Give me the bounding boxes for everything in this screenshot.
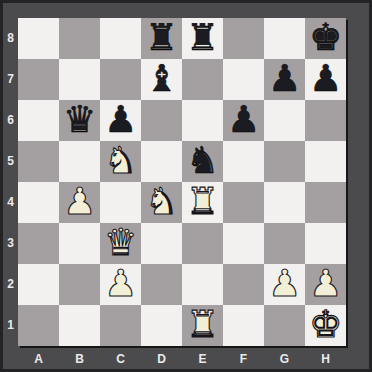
square-f7[interactable]: [223, 59, 264, 100]
square-g2[interactable]: ♟: [264, 264, 305, 305]
square-h4[interactable]: [305, 182, 346, 223]
square-d4[interactable]: ♞: [141, 182, 182, 223]
piece-black-king[interactable]: ♚: [309, 19, 342, 56]
square-a4[interactable]: [18, 182, 59, 223]
square-b5[interactable]: [59, 141, 100, 182]
square-a6[interactable]: [18, 100, 59, 141]
piece-white-rook[interactable]: ♜: [186, 183, 219, 220]
piece-white-knight[interactable]: ♞: [145, 183, 178, 220]
square-e2[interactable]: [182, 264, 223, 305]
piece-white-pawn[interactable]: ♟: [268, 265, 301, 302]
square-f4[interactable]: [223, 182, 264, 223]
piece-black-pawn[interactable]: ♟: [104, 101, 137, 138]
file-label-e: E: [182, 350, 223, 369]
file-label-g: G: [264, 350, 305, 369]
rank-label-6: 6: [3, 100, 18, 141]
rank-label-7: 7: [3, 59, 18, 100]
square-d1[interactable]: [141, 305, 182, 346]
square-d7[interactable]: ♝: [141, 59, 182, 100]
board-frame: ♜♜♚♝♟♟♛♟♟♞♞♟♞♜♛♟♟♟♜♚ 87654321 ABCDEFGH: [0, 0, 372, 372]
piece-black-rook[interactable]: ♜: [145, 19, 178, 56]
square-c7[interactable]: [100, 59, 141, 100]
piece-black-pawn[interactable]: ♟: [268, 60, 301, 97]
piece-white-knight[interactable]: ♞: [104, 142, 137, 179]
square-a3[interactable]: [18, 223, 59, 264]
square-f1[interactable]: [223, 305, 264, 346]
square-e7[interactable]: [182, 59, 223, 100]
square-c6[interactable]: ♟: [100, 100, 141, 141]
file-label-f: F: [223, 350, 264, 369]
square-b4[interactable]: ♟: [59, 182, 100, 223]
square-g4[interactable]: [264, 182, 305, 223]
square-c5[interactable]: ♞: [100, 141, 141, 182]
square-b3[interactable]: [59, 223, 100, 264]
square-b2[interactable]: [59, 264, 100, 305]
square-e8[interactable]: ♜: [182, 18, 223, 59]
square-a1[interactable]: [18, 305, 59, 346]
square-g3[interactable]: [264, 223, 305, 264]
square-f2[interactable]: [223, 264, 264, 305]
square-f5[interactable]: [223, 141, 264, 182]
square-e6[interactable]: [182, 100, 223, 141]
square-a5[interactable]: [18, 141, 59, 182]
square-f3[interactable]: [223, 223, 264, 264]
piece-black-bishop[interactable]: ♝: [145, 60, 178, 97]
piece-white-pawn[interactable]: ♟: [63, 183, 96, 220]
square-c2[interactable]: ♟: [100, 264, 141, 305]
square-a7[interactable]: [18, 59, 59, 100]
chess-board: ♜♜♚♝♟♟♛♟♟♞♞♟♞♜♛♟♟♟♜♚: [18, 18, 346, 346]
piece-white-rook[interactable]: ♜: [186, 306, 219, 343]
square-h8[interactable]: ♚: [305, 18, 346, 59]
square-g7[interactable]: ♟: [264, 59, 305, 100]
piece-black-rook[interactable]: ♜: [186, 19, 219, 56]
piece-white-pawn[interactable]: ♟: [104, 265, 137, 302]
square-c4[interactable]: [100, 182, 141, 223]
rank-label-8: 8: [3, 18, 18, 59]
square-d8[interactable]: ♜: [141, 18, 182, 59]
rank-label-3: 3: [3, 223, 18, 264]
square-e5[interactable]: ♞: [182, 141, 223, 182]
square-d3[interactable]: [141, 223, 182, 264]
square-g8[interactable]: [264, 18, 305, 59]
square-c3[interactable]: ♛: [100, 223, 141, 264]
square-c1[interactable]: [100, 305, 141, 346]
file-label-h: H: [305, 350, 346, 369]
square-d6[interactable]: [141, 100, 182, 141]
piece-black-knight[interactable]: ♞: [186, 142, 219, 179]
square-e4[interactable]: ♜: [182, 182, 223, 223]
square-f6[interactable]: ♟: [223, 100, 264, 141]
square-a8[interactable]: [18, 18, 59, 59]
square-d5[interactable]: [141, 141, 182, 182]
piece-white-queen[interactable]: ♛: [104, 224, 137, 261]
piece-black-pawn[interactable]: ♟: [227, 101, 260, 138]
square-g5[interactable]: [264, 141, 305, 182]
file-label-c: C: [100, 350, 141, 369]
piece-black-queen[interactable]: ♛: [63, 101, 96, 138]
square-h2[interactable]: ♟: [305, 264, 346, 305]
rank-label-2: 2: [3, 264, 18, 305]
rank-label-4: 4: [3, 182, 18, 223]
square-h1[interactable]: ♚: [305, 305, 346, 346]
square-b1[interactable]: [59, 305, 100, 346]
square-h6[interactable]: [305, 100, 346, 141]
square-b8[interactable]: [59, 18, 100, 59]
square-d2[interactable]: [141, 264, 182, 305]
square-f8[interactable]: [223, 18, 264, 59]
file-label-d: D: [141, 350, 182, 369]
piece-black-pawn[interactable]: ♟: [309, 60, 342, 97]
square-b6[interactable]: ♛: [59, 100, 100, 141]
rank-label-5: 5: [3, 141, 18, 182]
square-b7[interactable]: [59, 59, 100, 100]
file-label-a: A: [18, 350, 59, 369]
square-h5[interactable]: [305, 141, 346, 182]
piece-white-king[interactable]: ♚: [309, 306, 342, 343]
square-e1[interactable]: ♜: [182, 305, 223, 346]
rank-label-1: 1: [3, 305, 18, 346]
square-c8[interactable]: [100, 18, 141, 59]
square-h3[interactable]: [305, 223, 346, 264]
square-g6[interactable]: [264, 100, 305, 141]
square-e3[interactable]: [182, 223, 223, 264]
file-label-b: B: [59, 350, 100, 369]
square-g1[interactable]: [264, 305, 305, 346]
square-h7[interactable]: ♟: [305, 59, 346, 100]
piece-white-pawn[interactable]: ♟: [309, 265, 342, 302]
square-a2[interactable]: [18, 264, 59, 305]
